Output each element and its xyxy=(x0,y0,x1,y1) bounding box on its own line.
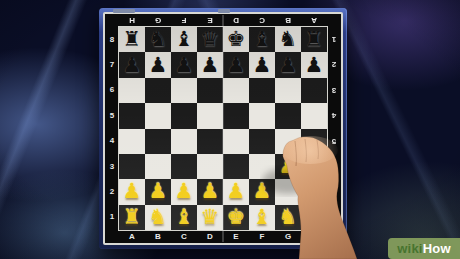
square-f7[interactable]: ♟ xyxy=(249,52,275,77)
square-e2[interactable]: ♟ xyxy=(223,179,249,204)
square-a5[interactable] xyxy=(119,103,145,128)
square-c4[interactable] xyxy=(171,129,197,154)
square-b5[interactable] xyxy=(145,103,171,128)
coord-label: 2 xyxy=(327,52,341,77)
coord-label: D xyxy=(223,14,249,27)
square-d1[interactable]: ♛ xyxy=(197,205,223,230)
board-hinge-center xyxy=(218,9,230,13)
coord-label: A xyxy=(301,14,327,27)
square-c8[interactable]: ♝ xyxy=(171,27,197,52)
square-e5[interactable] xyxy=(223,103,249,128)
square-g8[interactable]: ♞ xyxy=(275,27,301,52)
scene: { "game": "chess", "scene_note": "overhe… xyxy=(0,0,460,259)
square-f8[interactable]: ♝ xyxy=(249,27,275,52)
coord-label: 3 xyxy=(327,78,341,103)
square-d2[interactable]: ♟ xyxy=(197,179,223,204)
white-piece-a1[interactable]: ♜ xyxy=(123,207,142,228)
square-a3[interactable] xyxy=(119,154,145,179)
black-piece-h7[interactable]: ♟ xyxy=(305,55,324,76)
square-h7[interactable]: ♟ xyxy=(301,52,327,77)
square-a1[interactable]: ♜ xyxy=(119,205,145,230)
coord-label: B xyxy=(145,230,171,243)
white-piece-e1[interactable]: ♚ xyxy=(227,207,246,228)
square-a2[interactable]: ♟ xyxy=(119,179,145,204)
coord-label: 1 xyxy=(105,205,119,230)
board-hinge-left xyxy=(113,9,135,13)
white-piece-b1[interactable]: ♞ xyxy=(149,207,168,228)
square-b3[interactable] xyxy=(145,154,171,179)
white-piece-c2[interactable]: ♟ xyxy=(175,181,194,202)
black-piece-g7[interactable]: ♟ xyxy=(279,55,298,76)
black-piece-a7[interactable]: ♟ xyxy=(123,55,142,76)
coord-label: E xyxy=(197,14,223,27)
square-e3[interactable] xyxy=(223,154,249,179)
square-f6[interactable] xyxy=(249,78,275,103)
coord-label: C xyxy=(171,230,197,243)
coord-label: G xyxy=(145,14,171,27)
square-a8[interactable]: ♜ xyxy=(119,27,145,52)
white-piece-d2[interactable]: ♟ xyxy=(201,181,220,202)
watermark-wiki-text: wiki xyxy=(397,241,422,256)
square-e1[interactable]: ♚ xyxy=(223,205,249,230)
coord-label: C xyxy=(249,14,275,27)
coord-label: E xyxy=(223,230,249,243)
square-h6[interactable] xyxy=(301,78,327,103)
coord-label: 3 xyxy=(105,154,119,179)
square-h8[interactable]: ♜ xyxy=(301,27,327,52)
square-g6[interactable] xyxy=(275,78,301,103)
coord-label: 1 xyxy=(327,27,341,52)
coord-label: 8 xyxy=(105,27,119,52)
square-d4[interactable] xyxy=(197,129,223,154)
coord-label: A xyxy=(119,230,145,243)
square-c1[interactable]: ♝ xyxy=(171,205,197,230)
square-a7[interactable]: ♟ xyxy=(119,52,145,77)
white-piece-e2[interactable]: ♟ xyxy=(227,181,246,202)
square-c2[interactable]: ♟ xyxy=(171,179,197,204)
square-c3[interactable] xyxy=(171,154,197,179)
black-piece-e7[interactable]: ♟ xyxy=(227,55,246,76)
square-a4[interactable] xyxy=(119,129,145,154)
black-piece-c7[interactable]: ♟ xyxy=(175,55,194,76)
coord-label: H xyxy=(119,14,145,27)
white-piece-c1[interactable]: ♝ xyxy=(175,207,194,228)
square-b4[interactable] xyxy=(145,129,171,154)
coord-label: 6 xyxy=(105,78,119,103)
square-g7[interactable]: ♟ xyxy=(275,52,301,77)
white-piece-d1[interactable]: ♛ xyxy=(201,207,220,228)
square-b6[interactable] xyxy=(145,78,171,103)
square-b2[interactable]: ♟ xyxy=(145,179,171,204)
square-d3[interactable] xyxy=(197,154,223,179)
black-piece-f7[interactable]: ♟ xyxy=(253,55,272,76)
square-e6[interactable] xyxy=(223,78,249,103)
black-piece-h8[interactable]: ♜ xyxy=(305,29,324,50)
coord-label: 2 xyxy=(105,179,119,204)
square-e8[interactable]: ♚ xyxy=(223,27,249,52)
square-d5[interactable] xyxy=(197,103,223,128)
coord-label: D xyxy=(197,230,223,243)
black-piece-e8[interactable]: ♚ xyxy=(227,29,246,50)
square-e7[interactable]: ♟ xyxy=(223,52,249,77)
black-piece-g8[interactable]: ♞ xyxy=(279,29,298,50)
square-c5[interactable] xyxy=(171,103,197,128)
coord-label: 7 xyxy=(105,52,119,77)
square-b8[interactable]: ♞ xyxy=(145,27,171,52)
square-d8[interactable]: ♛ xyxy=(197,27,223,52)
square-a6[interactable] xyxy=(119,78,145,103)
wikihow-watermark: wikiHow xyxy=(388,238,460,259)
coord-label: B xyxy=(275,14,301,27)
square-c6[interactable] xyxy=(171,78,197,103)
coord-label: 4 xyxy=(105,129,119,154)
black-piece-a8[interactable]: ♜ xyxy=(123,29,142,50)
coord-label: F xyxy=(171,14,197,27)
hand xyxy=(260,125,380,259)
watermark-how-text: How xyxy=(423,241,451,256)
square-d7[interactable]: ♟ xyxy=(197,52,223,77)
square-b1[interactable]: ♞ xyxy=(145,205,171,230)
black-piece-c8[interactable]: ♝ xyxy=(175,29,194,50)
white-piece-a2[interactable]: ♟ xyxy=(123,181,142,202)
square-b7[interactable]: ♟ xyxy=(145,52,171,77)
black-piece-f8[interactable]: ♝ xyxy=(253,29,272,50)
square-c7[interactable]: ♟ xyxy=(171,52,197,77)
black-piece-b7[interactable]: ♟ xyxy=(149,55,168,76)
knuckle-highlight xyxy=(282,136,338,164)
square-d6[interactable] xyxy=(197,78,223,103)
black-piece-d8[interactable]: ♛ xyxy=(201,29,220,50)
board-fold-seam xyxy=(222,15,224,242)
black-piece-b8[interactable]: ♞ xyxy=(149,29,168,50)
square-e4[interactable] xyxy=(223,129,249,154)
black-piece-d7[interactable]: ♟ xyxy=(201,55,220,76)
rank-labels-left: 87654321 xyxy=(105,27,119,230)
coord-label: 5 xyxy=(105,103,119,128)
white-piece-b2[interactable]: ♟ xyxy=(149,181,168,202)
